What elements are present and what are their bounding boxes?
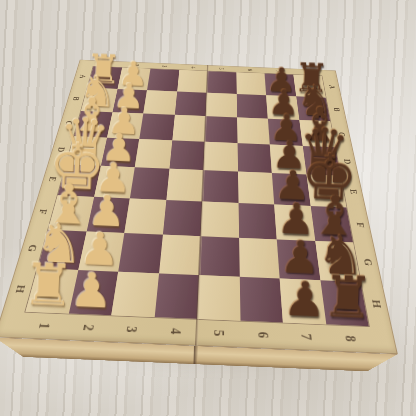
piece-shadow	[269, 103, 296, 118]
piece-shadow	[104, 147, 135, 165]
file-label-right-E: E	[331, 185, 376, 199]
square-f5	[201, 201, 239, 237]
square-b5	[206, 93, 237, 118]
piece-shadow	[82, 244, 119, 268]
square-b6	[236, 94, 268, 119]
piece-shadow	[267, 81, 293, 95]
file-label-left-E: E	[29, 172, 75, 186]
square-g4	[159, 235, 201, 276]
piece-shadow	[278, 216, 312, 238]
rank-label-top-8: 8	[301, 64, 313, 81]
square-b4	[174, 91, 206, 116]
rank-label-top-7: 7	[273, 63, 284, 80]
square-b3	[143, 90, 176, 115]
square-c6	[237, 117, 270, 144]
square-b2: ♟	[112, 89, 147, 114]
rank-label-top-5: 5	[217, 60, 226, 77]
square-b7: ♟	[266, 95, 299, 120]
square-e8: ♚	[306, 174, 346, 207]
file-label-left-F: F	[18, 204, 67, 219]
square-d5	[203, 142, 237, 172]
board-frame: ♜♟♟♜♞♟♟♞♝♟♟♝♛♟♟♛♚♟♟♚♝♟♟♝♞♟♟♞♜♟♟♜ 1234567…	[0, 60, 398, 355]
square-e4	[166, 169, 203, 202]
square-e3	[130, 167, 169, 200]
square-f3	[124, 198, 166, 234]
rank-label-bottom-4: 4	[160, 311, 188, 352]
square-e7: ♟	[272, 173, 310, 206]
square-g3	[118, 233, 162, 273]
square-c5	[205, 116, 238, 143]
rank-label-top-6: 6	[245, 61, 255, 78]
square-b8: ♞	[296, 96, 330, 121]
square-f7: ♟	[274, 204, 315, 241]
piece-shadow	[30, 283, 72, 310]
file-label-left-G: G	[6, 240, 58, 257]
square-e6	[238, 172, 275, 205]
piece-shadow	[120, 75, 147, 89]
square-g2: ♟	[78, 231, 125, 271]
file-label-right-A: A	[313, 82, 350, 92]
square-f2: ♟	[86, 197, 130, 233]
piece-shadow	[273, 154, 303, 172]
square-e2: ♟	[94, 166, 135, 199]
square-d3	[135, 139, 172, 169]
piece-shadow	[97, 176, 130, 196]
square-h4	[154, 273, 199, 319]
square-f4	[162, 200, 202, 236]
square-e5	[202, 170, 238, 203]
square-c4	[172, 115, 206, 142]
square-h8: ♜	[320, 280, 369, 326]
square-g7: ♟	[277, 239, 320, 280]
square-g5	[199, 236, 239, 277]
square-d4	[169, 140, 204, 170]
chess-board: ♜♟♟♜♞♟♟♞♝♟♟♝♛♟♟♛♚♟♟♚♝♟♟♝♞♟♟♞♜♟♟♜ 1234567…	[0, 0, 416, 354]
file-label-right-D: D	[326, 155, 369, 168]
square-g1: ♞	[37, 230, 86, 270]
piece-shadow	[115, 97, 143, 112]
square-c3	[139, 113, 174, 140]
piece-shadow	[275, 183, 307, 203]
piece-shadow	[110, 121, 140, 137]
rank-label-top-4: 4	[188, 59, 198, 76]
file-label-left-C: C	[48, 117, 90, 129]
square-d7: ♟	[270, 145, 306, 175]
square-h3	[111, 272, 158, 317]
table-surface: ♜♟♟♜♞♟♟♞♝♟♟♝♛♟♟♛♚♟♟♚♝♟♟♝♞♟♟♞♜♟♟♜ 1234567…	[0, 0, 416, 416]
board-perspective-wrapper: ♜♟♟♜♞♟♟♞♝♟♟♝♛♟♟♛♚♟♟♚♝♟♟♝♞♟♟♞♜♟♟♜ 1234567…	[0, 60, 398, 355]
square-d6	[237, 143, 272, 173]
piece-shadow	[281, 252, 317, 276]
file-label-left-A: A	[63, 72, 101, 82]
piece-shadow	[271, 127, 300, 143]
square-g6	[239, 238, 280, 279]
file-label-right-B: B	[317, 104, 356, 115]
square-d2: ♟	[101, 138, 140, 168]
square-c7: ♟	[268, 119, 303, 146]
square-f8: ♝	[310, 206, 353, 243]
square-c2: ♟	[107, 112, 144, 139]
piece-shadow	[90, 208, 125, 230]
file-label-right-C: C	[321, 129, 362, 141]
square-f6	[238, 203, 277, 239]
piece-shadow	[73, 284, 113, 311]
front-edge-seam	[194, 346, 198, 365]
